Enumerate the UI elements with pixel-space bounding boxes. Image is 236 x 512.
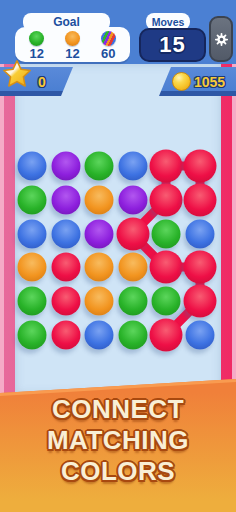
dot-r2c1-green[interactable] [18, 185, 47, 214]
dot-r3c1-blue[interactable] [18, 219, 47, 248]
star-icon [2, 59, 32, 89]
dot-r3c5-green[interactable] [152, 219, 181, 248]
coins-count: 1055 [194, 74, 225, 90]
game-screen: Goal 12 12 60 Moves 15 [0, 0, 236, 512]
promo-line-3: COLORS [0, 456, 236, 487]
dot-r2c2-purple[interactable] [51, 185, 80, 214]
dot-r5c2-red[interactable] [51, 287, 80, 316]
dot-r3c4-red[interactable] [116, 217, 149, 250]
stars-count: 0 [38, 74, 46, 90]
promo-line-1: CONNECT [0, 394, 236, 425]
moves-value: 15 [159, 32, 185, 58]
dot-r5c3-orange[interactable] [85, 287, 114, 316]
board-frame [0, 64, 236, 394]
green-dot-icon [29, 31, 44, 46]
dot-r1c4-blue[interactable] [118, 152, 147, 181]
dot-r4c6-red[interactable] [183, 251, 216, 284]
dot-r4c1-orange[interactable] [18, 253, 47, 282]
dot-r4c3-orange[interactable] [85, 253, 114, 282]
header-bar: Goal 12 12 60 Moves 15 [0, 0, 236, 64]
promo-text: CONNECT MATCHING COLORS [0, 394, 236, 487]
dot-r3c3-purple[interactable] [85, 219, 114, 248]
goal-count-rainbow: 60 [101, 47, 115, 60]
game-board [15, 64, 221, 394]
coins-banner[interactable]: 1055 [159, 67, 236, 96]
dot-r4c5-red[interactable] [150, 251, 183, 284]
dot-r2c6-red[interactable] [183, 183, 216, 216]
dot-r2c4-purple[interactable] [118, 185, 147, 214]
gear-icon [214, 32, 229, 47]
goal-items: 12 12 60 [15, 29, 130, 62]
dot-r6c6-blue[interactable] [185, 321, 214, 350]
dot-r6c2-red[interactable] [51, 321, 80, 350]
dot-r5c5-green[interactable] [152, 287, 181, 316]
promo-banner: CONNECT MATCHING COLORS [0, 379, 236, 512]
dot-r4c4-orange[interactable] [118, 253, 147, 282]
dot-r6c3-blue[interactable] [85, 321, 114, 350]
dot-r3c2-blue[interactable] [51, 219, 80, 248]
dot-r2c3-orange[interactable] [85, 185, 114, 214]
moves-counter: 15 [139, 28, 206, 62]
settings-button[interactable] [209, 16, 233, 62]
dot-r5c1-green[interactable] [18, 287, 47, 316]
dot-r2c5-red[interactable] [150, 183, 183, 216]
goal-item-green: 12 [29, 31, 44, 60]
dot-r1c1-blue[interactable] [18, 152, 47, 181]
dot-r6c4-green[interactable] [118, 321, 147, 350]
dot-r6c1-green[interactable] [18, 321, 47, 350]
dot-r1c2-purple[interactable] [51, 152, 80, 181]
dot-r4c2-red[interactable] [51, 253, 80, 282]
dot-r5c6-red[interactable] [183, 285, 216, 318]
goal-item-orange: 12 [65, 31, 80, 60]
rainbow-dot-icon [101, 31, 116, 46]
orange-dot-icon [65, 31, 80, 46]
dot-r6c5-red[interactable] [150, 319, 183, 352]
goal-item-rainbow: 60 [101, 31, 116, 60]
dot-r3c6-blue[interactable] [185, 219, 214, 248]
goal-count-orange: 12 [65, 47, 79, 60]
dot-r1c6-red[interactable] [183, 150, 216, 183]
dot-r1c3-green[interactable] [85, 152, 114, 181]
dot-r5c4-green[interactable] [118, 287, 147, 316]
dot-r1c5-red[interactable] [150, 150, 183, 183]
coin-icon [172, 72, 191, 91]
promo-line-2: MATCHING [0, 425, 236, 456]
